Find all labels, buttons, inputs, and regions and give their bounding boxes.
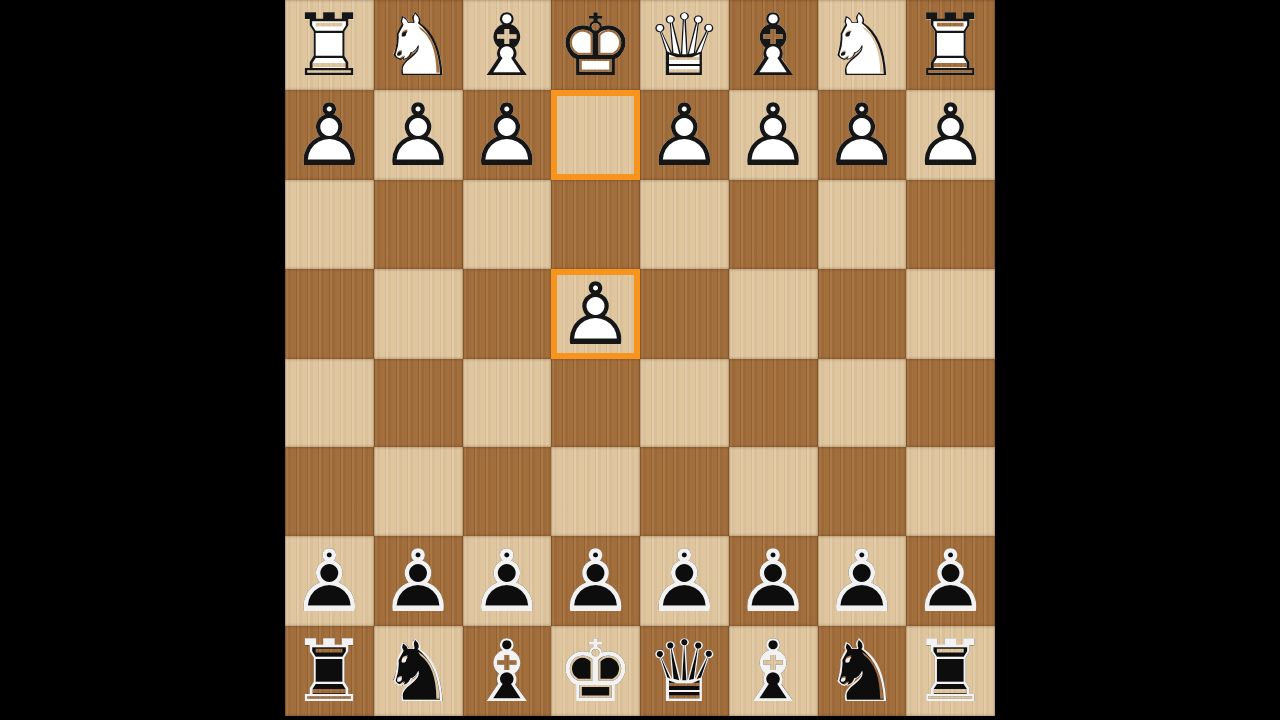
square-b3[interactable] <box>818 180 907 269</box>
square-e8[interactable]: ♚♔ <box>551 626 640 716</box>
square-a7[interactable]: ♟♙ <box>906 536 995 626</box>
black-knight-piece: ♞♘ <box>818 626 907 716</box>
piece-outline-glyph: ♙ <box>646 536 723 626</box>
black-pawn-piece: ♟♙ <box>818 536 907 626</box>
square-b1[interactable]: ♞♘ <box>818 0 907 90</box>
square-h8[interactable]: ♜♖ <box>285 626 374 716</box>
square-d7[interactable]: ♟♙ <box>640 536 729 626</box>
square-a6[interactable] <box>906 447 995 536</box>
square-a4[interactable] <box>906 269 995 359</box>
white-pawn-piece: ♟♙ <box>374 90 463 180</box>
square-g6[interactable] <box>374 447 463 536</box>
piece-outline-glyph: ♗ <box>735 0 812 90</box>
piece-outline-glyph: ♗ <box>468 626 545 716</box>
square-c6[interactable] <box>729 447 818 536</box>
piece-outline-glyph: ♙ <box>912 90 989 180</box>
piece-fill-glyph: ♟ <box>912 536 989 626</box>
square-h7[interactable]: ♟♙ <box>285 536 374 626</box>
piece-fill-glyph: ♝ <box>468 0 545 90</box>
piece-fill-glyph: ♟ <box>912 90 989 180</box>
square-g3[interactable] <box>374 180 463 269</box>
white-pawn-piece: ♟♙ <box>906 90 995 180</box>
white-rook-piece: ♜♖ <box>285 0 374 90</box>
piece-outline-glyph: ♙ <box>646 90 723 180</box>
square-h2[interactable]: ♟♙ <box>285 90 374 180</box>
white-pawn-piece: ♟♙ <box>729 90 818 180</box>
square-a8[interactable]: ♜♖ <box>906 626 995 716</box>
square-d4[interactable] <box>640 269 729 359</box>
piece-fill-glyph: ♞ <box>823 0 900 90</box>
piece-fill-glyph: ♟ <box>468 536 545 626</box>
black-pawn-piece: ♟♙ <box>374 536 463 626</box>
piece-fill-glyph: ♟ <box>380 536 457 626</box>
square-h5[interactable] <box>285 359 374 448</box>
piece-fill-glyph: ♞ <box>380 626 457 716</box>
piece-fill-glyph: ♟ <box>823 90 900 180</box>
square-b4[interactable] <box>818 269 907 359</box>
piece-outline-glyph: ♙ <box>557 536 634 626</box>
square-c7[interactable]: ♟♙ <box>729 536 818 626</box>
piece-fill-glyph: ♜ <box>912 626 989 716</box>
square-e7[interactable]: ♟♙ <box>551 536 640 626</box>
square-h1[interactable]: ♜♖ <box>285 0 374 90</box>
white-knight-piece: ♞♘ <box>818 0 907 90</box>
piece-fill-glyph: ♟ <box>735 90 812 180</box>
piece-fill-glyph: ♜ <box>291 0 368 90</box>
piece-fill-glyph: ♚ <box>557 0 634 90</box>
piece-fill-glyph: ♟ <box>646 90 723 180</box>
square-d3[interactable] <box>640 180 729 269</box>
square-g2[interactable]: ♟♙ <box>374 90 463 180</box>
square-d8[interactable]: ♛♕ <box>640 626 729 716</box>
piece-outline-glyph: ♙ <box>735 536 812 626</box>
square-d2[interactable]: ♟♙ <box>640 90 729 180</box>
piece-outline-glyph: ♕ <box>646 0 723 90</box>
square-f6[interactable] <box>463 447 552 536</box>
white-pawn-piece: ♟♙ <box>551 269 640 359</box>
piece-outline-glyph: ♖ <box>291 626 368 716</box>
white-knight-piece: ♞♘ <box>374 0 463 90</box>
piece-outline-glyph: ♖ <box>912 0 989 90</box>
piece-outline-glyph: ♙ <box>823 90 900 180</box>
square-a3[interactable] <box>906 180 995 269</box>
piece-fill-glyph: ♟ <box>291 536 368 626</box>
piece-fill-glyph: ♞ <box>380 0 457 90</box>
piece-fill-glyph: ♛ <box>646 0 723 90</box>
piece-outline-glyph: ♙ <box>823 536 900 626</box>
square-f1[interactable]: ♝♗ <box>463 0 552 90</box>
piece-outline-glyph: ♙ <box>557 269 634 359</box>
black-bishop-piece: ♝♗ <box>463 626 552 716</box>
piece-outline-glyph: ♗ <box>735 626 812 716</box>
square-d1[interactable]: ♛♕ <box>640 0 729 90</box>
square-f5[interactable] <box>463 359 552 448</box>
white-pawn-piece: ♟♙ <box>818 90 907 180</box>
piece-outline-glyph: ♘ <box>380 0 457 90</box>
piece-outline-glyph: ♙ <box>291 536 368 626</box>
piece-outline-glyph: ♙ <box>912 536 989 626</box>
square-a2[interactable]: ♟♙ <box>906 90 995 180</box>
white-bishop-piece: ♝♗ <box>463 0 552 90</box>
square-b6[interactable] <box>818 447 907 536</box>
piece-fill-glyph: ♜ <box>291 626 368 716</box>
black-pawn-piece: ♟♙ <box>463 536 552 626</box>
square-h4[interactable] <box>285 269 374 359</box>
black-knight-piece: ♞♘ <box>374 626 463 716</box>
square-g7[interactable]: ♟♙ <box>374 536 463 626</box>
piece-fill-glyph: ♞ <box>823 626 900 716</box>
square-c2[interactable]: ♟♙ <box>729 90 818 180</box>
piece-outline-glyph: ♙ <box>380 90 457 180</box>
black-rook-piece: ♜♖ <box>906 626 995 716</box>
black-pawn-piece: ♟♙ <box>729 536 818 626</box>
square-h3[interactable] <box>285 180 374 269</box>
piece-outline-glyph: ♖ <box>291 0 368 90</box>
square-e6[interactable] <box>551 447 640 536</box>
square-b7[interactable]: ♟♙ <box>818 536 907 626</box>
square-f4[interactable] <box>463 269 552 359</box>
square-e4[interactable]: ♟♙ <box>551 269 640 359</box>
square-f3[interactable] <box>463 180 552 269</box>
piece-fill-glyph: ♛ <box>646 626 723 716</box>
piece-fill-glyph: ♝ <box>468 626 545 716</box>
piece-outline-glyph: ♘ <box>823 626 900 716</box>
square-c1[interactable]: ♝♗ <box>729 0 818 90</box>
square-g1[interactable]: ♞♘ <box>374 0 463 90</box>
square-f8[interactable]: ♝♗ <box>463 626 552 716</box>
piece-fill-glyph: ♟ <box>557 269 634 359</box>
piece-fill-glyph: ♟ <box>291 90 368 180</box>
square-f7[interactable]: ♟♙ <box>463 536 552 626</box>
video-frame: ♜♖♞♘♝♗♚♔♛♕♝♗♞♘♜♖♟♙♟♙♟♙♟♙♟♙♟♙♟♙♟♙♟♙♟♙♟♙♟♙… <box>0 0 1280 720</box>
black-pawn-piece: ♟♙ <box>285 536 374 626</box>
white-rook-piece: ♜♖ <box>906 0 995 90</box>
piece-outline-glyph: ♖ <box>912 626 989 716</box>
square-c5[interactable] <box>729 359 818 448</box>
piece-fill-glyph: ♟ <box>823 536 900 626</box>
piece-fill-glyph: ♟ <box>380 90 457 180</box>
square-h6[interactable] <box>285 447 374 536</box>
piece-fill-glyph: ♟ <box>646 536 723 626</box>
square-e1[interactable]: ♚♔ <box>551 0 640 90</box>
square-c3[interactable] <box>729 180 818 269</box>
square-a5[interactable] <box>906 359 995 448</box>
square-c4[interactable] <box>729 269 818 359</box>
piece-outline-glyph: ♔ <box>557 0 634 90</box>
black-pawn-piece: ♟♙ <box>906 536 995 626</box>
white-queen-piece: ♛♕ <box>640 0 729 90</box>
white-king-piece: ♚♔ <box>551 0 640 90</box>
piece-fill-glyph: ♟ <box>468 90 545 180</box>
piece-fill-glyph: ♟ <box>557 536 634 626</box>
square-g4[interactable] <box>374 269 463 359</box>
black-king-piece: ♚♔ <box>551 626 640 716</box>
black-pawn-piece: ♟♙ <box>551 536 640 626</box>
square-f2[interactable]: ♟♙ <box>463 90 552 180</box>
piece-outline-glyph: ♗ <box>468 0 545 90</box>
piece-outline-glyph: ♘ <box>380 626 457 716</box>
square-b8[interactable]: ♞♘ <box>818 626 907 716</box>
piece-outline-glyph: ♙ <box>380 536 457 626</box>
square-e2[interactable] <box>551 90 640 180</box>
square-e3[interactable] <box>551 180 640 269</box>
piece-outline-glyph: ♘ <box>823 0 900 90</box>
chess-board: ♜♖♞♘♝♗♚♔♛♕♝♗♞♘♜♖♟♙♟♙♟♙♟♙♟♙♟♙♟♙♟♙♟♙♟♙♟♙♟♙… <box>285 0 995 720</box>
piece-fill-glyph: ♜ <box>912 0 989 90</box>
white-pawn-piece: ♟♙ <box>285 90 374 180</box>
square-g8[interactable]: ♞♘ <box>374 626 463 716</box>
square-d6[interactable] <box>640 447 729 536</box>
letterbox-right-bar <box>995 0 1280 720</box>
square-g5[interactable] <box>374 359 463 448</box>
piece-fill-glyph: ♝ <box>735 626 812 716</box>
square-a1[interactable]: ♜♖ <box>906 0 995 90</box>
piece-outline-glyph: ♕ <box>646 626 723 716</box>
square-b2[interactable]: ♟♙ <box>818 90 907 180</box>
piece-fill-glyph: ♝ <box>735 0 812 90</box>
letterbox-left-bar <box>0 0 285 720</box>
piece-outline-glyph: ♔ <box>557 626 634 716</box>
square-d5[interactable] <box>640 359 729 448</box>
black-rook-piece: ♜♖ <box>285 626 374 716</box>
black-pawn-piece: ♟♙ <box>640 536 729 626</box>
piece-outline-glyph: ♙ <box>468 536 545 626</box>
white-pawn-piece: ♟♙ <box>463 90 552 180</box>
square-b5[interactable] <box>818 359 907 448</box>
black-bishop-piece: ♝♗ <box>729 626 818 716</box>
piece-outline-glyph: ♙ <box>735 90 812 180</box>
piece-outline-glyph: ♙ <box>291 90 368 180</box>
square-e5[interactable] <box>551 359 640 448</box>
white-pawn-piece: ♟♙ <box>640 90 729 180</box>
piece-fill-glyph: ♚ <box>557 626 634 716</box>
piece-fill-glyph: ♟ <box>735 536 812 626</box>
black-queen-piece: ♛♕ <box>640 626 729 716</box>
piece-outline-glyph: ♙ <box>468 90 545 180</box>
square-c8[interactable]: ♝♗ <box>729 626 818 716</box>
white-bishop-piece: ♝♗ <box>729 0 818 90</box>
